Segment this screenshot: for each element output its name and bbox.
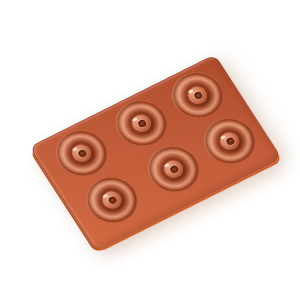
donut-cavity [138, 138, 209, 201]
product-photo [0, 0, 300, 300]
donut-cavity [77, 169, 148, 232]
donut-mold [29, 54, 282, 251]
donut-cavity [46, 122, 117, 185]
donut-cavity [194, 110, 265, 173]
